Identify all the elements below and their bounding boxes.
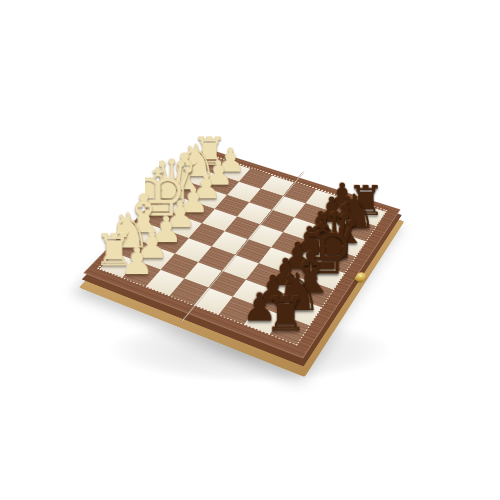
folding-chess-board: ♜♟♟♜♞♟♟♞♝♟♟♝♛♟♟♛♚♟♟♚♝♟♟♝♞♟♟♞♜♟♟♜ xyxy=(83,148,400,359)
white-rook-icon: ♜ xyxy=(192,133,227,169)
clasp-knob xyxy=(357,274,364,279)
piece-white-bishop: ♝ xyxy=(172,125,197,195)
product-photo-chess-set[interactable]: ♜♟♟♜♞♟♟♞♝♟♟♝♛♟♟♛♚♟♟♚♝♟♟♝♞♟♟♞♜♟♟♜ xyxy=(0,0,500,500)
piece-white-knight: ♞ xyxy=(185,113,210,182)
board-frame: ♜♟♟♜♞♟♟♞♝♟♟♝♛♟♟♛♚♟♟♚♝♟♟♝♞♟♟♞♜♟♟♜ xyxy=(83,148,400,359)
piece-black-bishop: ♝ xyxy=(297,220,325,299)
piece-white-king: ♚ xyxy=(145,151,171,223)
hinge-pin-icon xyxy=(158,187,167,193)
piece-white-rook: ♜ xyxy=(197,101,221,169)
square-d3 xyxy=(202,209,237,231)
piece-white-queen: ♛ xyxy=(159,138,184,209)
white-pawn-icon: ♟ xyxy=(151,214,183,247)
scene: ♜♟♟♜♞♟♟♞♝♟♟♝♛♟♟♛♚♟♟♚♝♟♟♝♞♟♟♞♜♟♟♜ xyxy=(0,0,500,500)
dotted-inlay-border: ♜♟♟♜♞♟♟♞♝♟♟♝♛♟♟♛♚♟♟♚♝♟♟♝♞♟♟♞♜♟♟♜ xyxy=(97,153,387,345)
piece-white-knight: ♞ xyxy=(116,179,143,254)
piece-white-bishop: ♝ xyxy=(131,165,157,239)
white-rook-icon: ♜ xyxy=(95,230,134,270)
piece-white-rook: ♜ xyxy=(101,193,128,270)
white-king-icon: ♚ xyxy=(129,163,188,223)
